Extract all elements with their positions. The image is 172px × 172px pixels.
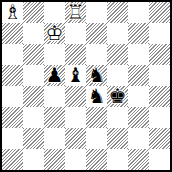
square-a3[interactable] <box>2 107 23 128</box>
square-e6[interactable] <box>86 44 107 65</box>
black-king-icon: ♚ <box>107 86 128 107</box>
square-f8[interactable] <box>107 2 128 23</box>
square-g7[interactable] <box>128 23 149 44</box>
square-a6[interactable] <box>2 44 23 65</box>
square-e3[interactable] <box>86 107 107 128</box>
piece-fill-layer: ♞ <box>86 86 107 107</box>
square-g5[interactable] <box>128 65 149 86</box>
square-c6[interactable] <box>44 44 65 65</box>
square-e7[interactable] <box>86 23 107 44</box>
square-h2[interactable] <box>149 128 170 149</box>
square-e5[interactable]: ♞ <box>86 65 107 86</box>
square-a1[interactable] <box>2 149 23 170</box>
square-b2[interactable] <box>23 128 44 149</box>
square-e8[interactable] <box>86 2 107 23</box>
square-b7[interactable] <box>23 23 44 44</box>
square-h5[interactable] <box>149 65 170 86</box>
square-a5[interactable] <box>2 65 23 86</box>
black-knight-icon: ♞ <box>86 65 107 86</box>
square-g6[interactable] <box>128 44 149 65</box>
piece-fill-layer: ♝ <box>65 65 86 86</box>
square-a7[interactable] <box>2 23 23 44</box>
square-b1[interactable] <box>23 149 44 170</box>
square-h3[interactable] <box>149 107 170 128</box>
chess-diagram: ♝♗♜♖♚♔♟♝♞♞♚ <box>0 0 172 172</box>
square-d5[interactable]: ♝ <box>65 65 86 86</box>
square-f7[interactable] <box>107 23 128 44</box>
square-c4[interactable] <box>44 86 65 107</box>
square-h6[interactable] <box>149 44 170 65</box>
black-knight-icon: ♞ <box>86 86 107 107</box>
square-d4[interactable] <box>65 86 86 107</box>
square-g3[interactable] <box>128 107 149 128</box>
square-d7[interactable] <box>65 23 86 44</box>
piece-outline-layer: ♗ <box>2 2 23 23</box>
piece-fill-layer: ♟ <box>44 65 65 86</box>
square-e2[interactable] <box>86 128 107 149</box>
white-king-icon: ♚♔ <box>44 23 65 44</box>
black-pawn-icon: ♟ <box>44 65 65 86</box>
piece-fill-layer: ♚ <box>107 86 128 107</box>
square-e1[interactable] <box>86 149 107 170</box>
chess-board: ♝♗♜♖♚♔♟♝♞♞♚ <box>2 2 170 170</box>
square-b5[interactable] <box>23 65 44 86</box>
square-d1[interactable] <box>65 149 86 170</box>
square-g4[interactable] <box>128 86 149 107</box>
piece-outline-layer: ♔ <box>44 23 65 44</box>
black-bishop-icon: ♝ <box>65 65 86 86</box>
square-h7[interactable] <box>149 23 170 44</box>
square-d2[interactable] <box>65 128 86 149</box>
square-c3[interactable] <box>44 107 65 128</box>
piece-fill-layer: ♞ <box>86 65 107 86</box>
square-c7[interactable]: ♚♔ <box>44 23 65 44</box>
square-e4[interactable]: ♞ <box>86 86 107 107</box>
white-bishop-icon: ♝♗ <box>2 2 23 23</box>
square-g2[interactable] <box>128 128 149 149</box>
white-rook-icon: ♜♖ <box>65 2 86 23</box>
square-c1[interactable] <box>44 149 65 170</box>
square-f2[interactable] <box>107 128 128 149</box>
square-h8[interactable] <box>149 2 170 23</box>
square-a8[interactable]: ♝♗ <box>2 2 23 23</box>
square-b8[interactable] <box>23 2 44 23</box>
square-g1[interactable] <box>128 149 149 170</box>
square-b6[interactable] <box>23 44 44 65</box>
square-d8[interactable]: ♜♖ <box>65 2 86 23</box>
square-d3[interactable] <box>65 107 86 128</box>
square-d6[interactable] <box>65 44 86 65</box>
square-h1[interactable] <box>149 149 170 170</box>
square-b3[interactable] <box>23 107 44 128</box>
square-h4[interactable] <box>149 86 170 107</box>
square-a4[interactable] <box>2 86 23 107</box>
square-c8[interactable] <box>44 2 65 23</box>
square-b4[interactable] <box>23 86 44 107</box>
square-c5[interactable]: ♟ <box>44 65 65 86</box>
square-f1[interactable] <box>107 149 128 170</box>
square-f3[interactable] <box>107 107 128 128</box>
square-f4[interactable]: ♚ <box>107 86 128 107</box>
piece-outline-layer: ♖ <box>65 2 86 23</box>
square-f5[interactable] <box>107 65 128 86</box>
square-c2[interactable] <box>44 128 65 149</box>
square-f6[interactable] <box>107 44 128 65</box>
square-g8[interactable] <box>128 2 149 23</box>
square-a2[interactable] <box>2 128 23 149</box>
